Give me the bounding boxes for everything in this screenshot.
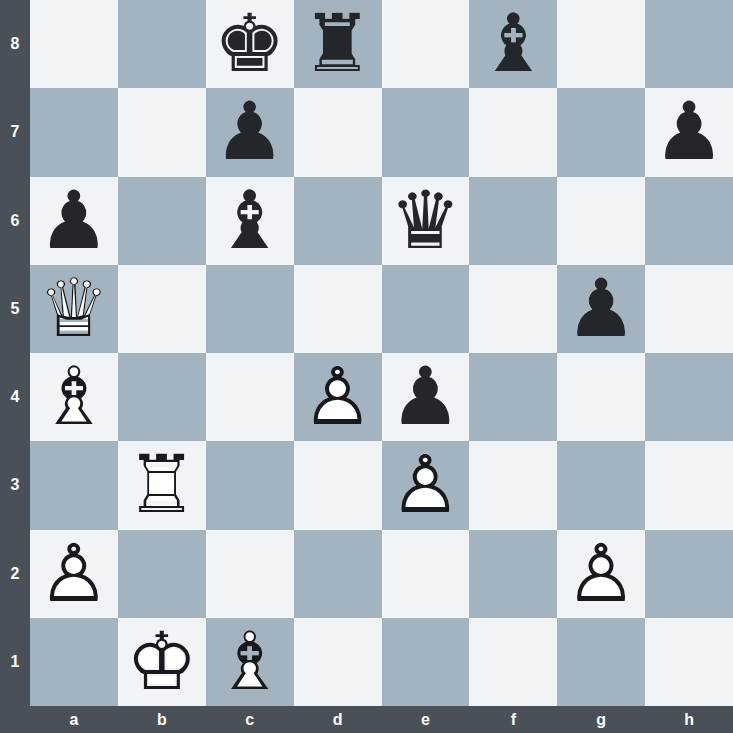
file-label-d: d <box>294 706 382 733</box>
square-d5[interactable] <box>294 265 382 353</box>
square-g8[interactable] <box>557 0 645 88</box>
piece-glyph-over: ♝ <box>469 0 557 88</box>
piece-glyph-over: ♗ <box>30 353 118 441</box>
square-h6[interactable] <box>645 177 733 265</box>
square-d6[interactable] <box>294 177 382 265</box>
square-g4[interactable] <box>557 353 645 441</box>
square-a4[interactable]: ♝♗ <box>30 353 118 441</box>
square-c6[interactable]: ♗♝ <box>206 177 294 265</box>
square-h3[interactable] <box>645 441 733 529</box>
square-h4[interactable] <box>645 353 733 441</box>
rank-label-3: 3 <box>0 441 30 529</box>
piece-white-pawn[interactable]: ♟♙ <box>382 441 470 529</box>
rank-label-1: 1 <box>0 618 30 706</box>
piece-glyph-over: ♚ <box>206 0 294 88</box>
file-label-f: f <box>469 706 557 733</box>
square-f2[interactable] <box>469 530 557 618</box>
square-c3[interactable] <box>206 441 294 529</box>
file-label-a: a <box>30 706 118 733</box>
square-c4[interactable] <box>206 353 294 441</box>
square-f1[interactable] <box>469 618 557 706</box>
piece-black-queen[interactable]: ♕♛ <box>382 177 470 265</box>
square-c8[interactable]: ♔♚ <box>206 0 294 88</box>
file-label-h: h <box>645 706 733 733</box>
square-f4[interactable] <box>469 353 557 441</box>
square-e7[interactable] <box>382 88 470 176</box>
square-h1[interactable] <box>645 618 733 706</box>
square-a1[interactable] <box>30 618 118 706</box>
piece-glyph-over: ♜ <box>294 0 382 88</box>
rank-label-8: 8 <box>0 0 30 88</box>
piece-glyph-over: ♝ <box>206 177 294 265</box>
square-e5[interactable] <box>382 265 470 353</box>
piece-black-pawn[interactable]: ♙♟ <box>557 265 645 353</box>
piece-white-pawn[interactable]: ♟♙ <box>294 353 382 441</box>
square-g6[interactable] <box>557 177 645 265</box>
piece-black-pawn[interactable]: ♙♟ <box>382 353 470 441</box>
rank-label-2: 2 <box>0 530 30 618</box>
square-a7[interactable] <box>30 88 118 176</box>
square-f3[interactable] <box>469 441 557 529</box>
square-h5[interactable] <box>645 265 733 353</box>
square-a6[interactable]: ♙♟ <box>30 177 118 265</box>
piece-black-pawn[interactable]: ♙♟ <box>206 88 294 176</box>
piece-white-pawn[interactable]: ♟♙ <box>557 530 645 618</box>
square-d3[interactable] <box>294 441 382 529</box>
square-b6[interactable] <box>118 177 206 265</box>
piece-black-bishop[interactable]: ♗♝ <box>469 0 557 88</box>
square-c2[interactable] <box>206 530 294 618</box>
piece-glyph-over: ♗ <box>206 618 294 706</box>
square-a5[interactable]: ♛♕ <box>30 265 118 353</box>
square-f7[interactable] <box>469 88 557 176</box>
piece-black-rook[interactable]: ♖♜ <box>294 0 382 88</box>
piece-white-queen[interactable]: ♛♕ <box>30 265 118 353</box>
piece-glyph-over: ♟ <box>382 353 470 441</box>
square-f5[interactable] <box>469 265 557 353</box>
piece-white-pawn[interactable]: ♟♙ <box>30 530 118 618</box>
rank-label-6: 6 <box>0 177 30 265</box>
square-f8[interactable]: ♗♝ <box>469 0 557 88</box>
piece-black-king[interactable]: ♔♚ <box>206 0 294 88</box>
file-label-e: e <box>382 706 470 733</box>
square-b2[interactable] <box>118 530 206 618</box>
square-b8[interactable] <box>118 0 206 88</box>
square-g5[interactable]: ♙♟ <box>557 265 645 353</box>
piece-glyph-over: ♟ <box>645 88 733 176</box>
file-label-c: c <box>206 706 294 733</box>
piece-glyph-over: ♕ <box>30 265 118 353</box>
square-c5[interactable] <box>206 265 294 353</box>
square-g2[interactable]: ♟♙ <box>557 530 645 618</box>
square-f6[interactable] <box>469 177 557 265</box>
square-b1[interactable]: ♚♔ <box>118 618 206 706</box>
piece-black-bishop[interactable]: ♗♝ <box>206 177 294 265</box>
rank-label-7: 7 <box>0 88 30 176</box>
square-b5[interactable] <box>118 265 206 353</box>
piece-glyph-over: ♟ <box>30 177 118 265</box>
square-h2[interactable] <box>645 530 733 618</box>
piece-glyph-over: ♟ <box>206 88 294 176</box>
square-b7[interactable] <box>118 88 206 176</box>
piece-glyph-over: ♙ <box>30 530 118 618</box>
square-e6[interactable]: ♕♛ <box>382 177 470 265</box>
rank-label-5: 5 <box>0 265 30 353</box>
piece-glyph-over: ♖ <box>118 441 206 529</box>
piece-black-pawn[interactable]: ♙♟ <box>645 88 733 176</box>
frame-corner <box>0 706 30 733</box>
square-d4[interactable]: ♟♙ <box>294 353 382 441</box>
square-e8[interactable] <box>382 0 470 88</box>
square-a3[interactable] <box>30 441 118 529</box>
square-b4[interactable] <box>118 353 206 441</box>
square-d2[interactable] <box>294 530 382 618</box>
piece-white-bishop[interactable]: ♝♗ <box>206 618 294 706</box>
square-g1[interactable] <box>557 618 645 706</box>
piece-glyph-over: ♙ <box>557 530 645 618</box>
file-label-g: g <box>557 706 645 733</box>
square-h8[interactable] <box>645 0 733 88</box>
square-g7[interactable] <box>557 88 645 176</box>
piece-glyph-over: ♙ <box>382 441 470 529</box>
piece-glyph-over: ♔ <box>118 618 206 706</box>
square-e4[interactable]: ♙♟ <box>382 353 470 441</box>
square-d7[interactable] <box>294 88 382 176</box>
piece-glyph-over: ♛ <box>382 177 470 265</box>
square-h7[interactable]: ♙♟ <box>645 88 733 176</box>
piece-glyph-over: ♟ <box>557 265 645 353</box>
square-d8[interactable]: ♖♜ <box>294 0 382 88</box>
piece-white-bishop[interactable]: ♝♗ <box>30 353 118 441</box>
square-e2[interactable] <box>382 530 470 618</box>
square-a8[interactable] <box>30 0 118 88</box>
piece-black-pawn[interactable]: ♙♟ <box>30 177 118 265</box>
square-g3[interactable] <box>557 441 645 529</box>
square-c7[interactable]: ♙♟ <box>206 88 294 176</box>
square-c1[interactable]: ♝♗ <box>206 618 294 706</box>
square-a2[interactable]: ♟♙ <box>30 530 118 618</box>
chess-board: 8♔♚♖♜♗♝7♙♟♙♟6♙♟♗♝♕♛5♛♕♙♟4♝♗♟♙♙♟3♜♖♟♙2♟♙♟… <box>0 0 733 733</box>
rank-label-4: 4 <box>0 353 30 441</box>
square-e1[interactable] <box>382 618 470 706</box>
square-d1[interactable] <box>294 618 382 706</box>
square-b3[interactable]: ♜♖ <box>118 441 206 529</box>
piece-white-rook[interactable]: ♜♖ <box>118 441 206 529</box>
square-e3[interactable]: ♟♙ <box>382 441 470 529</box>
file-label-b: b <box>118 706 206 733</box>
piece-glyph-over: ♙ <box>294 353 382 441</box>
piece-white-king[interactable]: ♚♔ <box>118 618 206 706</box>
